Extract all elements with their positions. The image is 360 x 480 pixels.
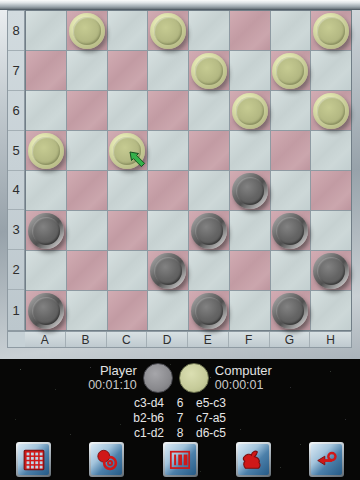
square-e8[interactable] (189, 11, 229, 50)
square-d7[interactable] (148, 51, 188, 90)
square-d3[interactable] (148, 211, 188, 250)
square-e2[interactable] (189, 251, 229, 290)
rank-label-2: 2 (8, 250, 24, 290)
board-label-corner (7, 331, 25, 348)
square-c1[interactable] (108, 291, 148, 330)
square-a5[interactable] (26, 131, 66, 170)
square-c7[interactable] (108, 51, 148, 90)
file-label-a: A (25, 332, 66, 347)
square-a1[interactable] (26, 291, 66, 330)
rank-label-1: 1 (8, 290, 24, 330)
two-pieces-icon (91, 444, 122, 475)
player-label: Player (100, 364, 137, 378)
move-number: 6 (168, 396, 192, 411)
square-d6[interactable] (148, 91, 188, 130)
square-e3[interactable] (189, 211, 229, 250)
gray-piece-g3[interactable] (272, 213, 308, 249)
square-h7[interactable] (311, 51, 351, 90)
square-h2[interactable] (311, 251, 351, 290)
pieces-button[interactable] (89, 442, 124, 477)
gray-piece-d2[interactable] (150, 253, 186, 289)
square-g6[interactable] (271, 91, 311, 130)
green-piece-h6[interactable] (313, 93, 349, 129)
gray-piece-a3[interactable] (28, 213, 64, 249)
square-b3[interactable] (67, 211, 107, 250)
square-g1[interactable] (271, 291, 311, 330)
square-f1[interactable] (230, 291, 270, 330)
green-piece-b8[interactable] (69, 13, 105, 49)
gray-piece-e1[interactable] (191, 293, 227, 329)
green-piece-g7[interactable] (272, 53, 308, 89)
square-b5[interactable] (67, 131, 107, 170)
square-b7[interactable] (67, 51, 107, 90)
square-a2[interactable] (26, 251, 66, 290)
rank-label-3: 3 (8, 210, 24, 250)
square-g5[interactable] (271, 131, 311, 170)
move-number: 8 (168, 426, 192, 441)
square-g8[interactable] (271, 11, 311, 50)
computer-move: e5-c3 (192, 396, 244, 411)
square-a3[interactable] (26, 211, 66, 250)
square-a4[interactable] (26, 171, 66, 210)
square-c3[interactable] (108, 211, 148, 250)
file-label-h: H (310, 332, 351, 347)
square-g2[interactable] (271, 251, 311, 290)
square-b6[interactable] (67, 91, 107, 130)
square-h5[interactable] (311, 131, 351, 170)
hint-hand-icon (238, 444, 269, 475)
new-game-button[interactable] (16, 442, 51, 477)
move-row: c3-d46e5-c3 (0, 396, 360, 411)
gray-piece-g1[interactable] (272, 293, 308, 329)
game-status-row: Player 00:01:10 Computer 00:00:01 (0, 359, 360, 393)
undo-button[interactable] (309, 442, 344, 477)
move-list: c3-d46e5-c3b2-b67c7-a5c1-d28d6-c5 (0, 396, 360, 441)
square-f8[interactable] (230, 11, 270, 50)
move-row: b2-b67c7-a5 (0, 411, 360, 426)
player-move: c3-d4 (116, 396, 168, 411)
square-b4[interactable] (67, 171, 107, 210)
green-piece-h8[interactable] (313, 13, 349, 49)
green-piece-a5[interactable] (28, 133, 64, 169)
square-h4[interactable] (311, 171, 351, 210)
file-labels: ABCDEFGH (25, 331, 352, 348)
rank-label-6: 6 (8, 91, 24, 131)
square-h6[interactable] (311, 91, 351, 130)
square-f7[interactable] (230, 51, 270, 90)
rank-label-8: 8 (8, 11, 24, 51)
square-c6[interactable] (108, 91, 148, 130)
green-piece-f6[interactable] (232, 93, 268, 129)
square-e6[interactable] (189, 91, 229, 130)
rank-label-4: 4 (8, 171, 24, 211)
gray-piece-e3[interactable] (191, 213, 227, 249)
computer-block: Computer 00:00:01 (215, 364, 272, 392)
square-e4[interactable] (189, 171, 229, 210)
board-frame-top-bar (0, 0, 360, 10)
file-label-d: D (147, 332, 188, 347)
square-e5[interactable] (189, 131, 229, 170)
square-h8[interactable] (311, 11, 351, 50)
square-h1[interactable] (311, 291, 351, 330)
player-timer: 00:01:10 (88, 378, 137, 392)
green-piece-e7[interactable] (191, 53, 227, 89)
square-f4[interactable] (230, 171, 270, 210)
checkers-app-screen: 87654321 ABCDEFGH Player 00:01:10 Comput… (0, 0, 360, 480)
file-label-b: B (66, 332, 107, 347)
gray-piece-f4[interactable] (232, 173, 268, 209)
gray-piece-h2[interactable] (313, 253, 349, 289)
square-g7[interactable] (271, 51, 311, 90)
square-f2[interactable] (230, 251, 270, 290)
square-d1[interactable] (148, 291, 188, 330)
file-label-f: F (229, 332, 270, 347)
file-label-g: G (270, 332, 311, 347)
toolbar (0, 442, 360, 477)
move-number: 7 (168, 411, 192, 426)
player-move: c1-d2 (116, 426, 168, 441)
square-a8[interactable] (26, 11, 66, 50)
computer-move: c7-a5 (192, 411, 244, 426)
square-d2[interactable] (148, 251, 188, 290)
rank-labels: 87654321 (7, 10, 25, 331)
square-g4[interactable] (271, 171, 311, 210)
square-c2[interactable] (108, 251, 148, 290)
computer-timer: 00:00:01 (215, 378, 264, 392)
square-a6[interactable] (26, 91, 66, 130)
player-piece-icon (143, 363, 173, 393)
computer-move: d6-c5 (192, 426, 244, 441)
player-block: Player 00:01:10 (88, 364, 137, 392)
gray-piece-a1[interactable] (28, 293, 64, 329)
square-d5[interactable] (148, 131, 188, 170)
square-c4[interactable] (108, 171, 148, 210)
square-a7[interactable] (26, 51, 66, 90)
square-b8[interactable] (67, 11, 107, 50)
info-panel: Player 00:01:10 Computer 00:00:01 c3-d46… (0, 359, 360, 480)
square-d4[interactable] (148, 171, 188, 210)
hint-button[interactable] (236, 442, 271, 477)
board-frame: 87654321 ABCDEFGH (0, 0, 360, 359)
square-g3[interactable] (271, 211, 311, 250)
rank-label-5: 5 (8, 131, 24, 171)
file-label-c: C (107, 332, 148, 347)
checkers-board[interactable] (25, 10, 352, 331)
square-e7[interactable] (189, 51, 229, 90)
square-b1[interactable] (67, 291, 107, 330)
pause-icon (165, 444, 196, 475)
square-b2[interactable] (67, 251, 107, 290)
square-e1[interactable] (189, 291, 229, 330)
player-move: b2-b6 (116, 411, 168, 426)
square-c8[interactable] (108, 11, 148, 50)
computer-piece-icon (179, 363, 209, 393)
rank-label-7: 7 (8, 51, 24, 91)
board-grid-icon (18, 444, 49, 475)
undo-arrow-icon (311, 444, 342, 475)
green-piece-d8[interactable] (150, 13, 186, 49)
last-move-arrow-icon (127, 149, 147, 169)
file-label-e: E (188, 332, 229, 347)
square-f5[interactable] (230, 131, 270, 170)
square-d8[interactable] (148, 11, 188, 50)
pause-button[interactable] (163, 442, 198, 477)
square-c5[interactable] (108, 131, 148, 170)
square-f6[interactable] (230, 91, 270, 130)
computer-label: Computer (215, 364, 272, 378)
square-h3[interactable] (311, 211, 351, 250)
square-f3[interactable] (230, 211, 270, 250)
move-row: c1-d28d6-c5 (0, 426, 360, 441)
